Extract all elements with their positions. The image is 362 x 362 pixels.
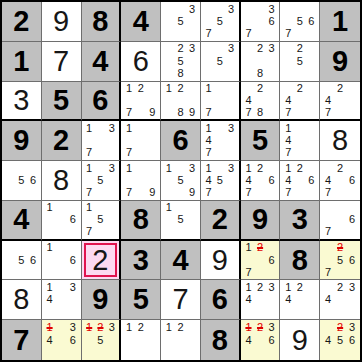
candidate-1: 1 [44, 281, 56, 293]
cell-r4c5[interactable]: 6 [161, 121, 201, 161]
candidate-8: 8 [175, 106, 187, 118]
candidate-2: 2 [254, 43, 266, 55]
pencil-marks: 1234 [241, 280, 280, 319]
candidate-1: 1 [163, 162, 175, 174]
candidate-1: 1 [203, 83, 214, 95]
pencil-marks: 15 [161, 201, 200, 239]
candidate-7: 7 [322, 187, 334, 199]
pencil-marks: 137 [82, 121, 120, 160]
candidate-3: 3 [186, 162, 198, 174]
cell-r7c7[interactable]: 1267 [241, 241, 281, 281]
candidate-6: 6 [306, 174, 318, 186]
cell-r8c5[interactable]: 7 [161, 280, 201, 320]
candidate-9: 9 [147, 187, 159, 199]
cell-r1c7[interactable]: 367 [241, 2, 281, 42]
cell-r2c8[interactable]: 25 [280, 42, 320, 82]
pencil-marks: 17 [201, 82, 239, 120]
candidate-2: 2 [254, 83, 266, 95]
pencil-marks: 1357 [82, 161, 120, 200]
candidate-9: 9 [147, 106, 159, 118]
cell-value: 8 [320, 121, 360, 160]
candidate-6: 6 [67, 254, 79, 266]
candidate-6: 6 [266, 174, 278, 186]
candidate-2: 2 [334, 162, 346, 174]
candidate-4: 4 [203, 174, 214, 186]
candidate-3: 3 [186, 3, 198, 15]
candidate-2: 2 [294, 83, 306, 95]
cell-value: 2 [82, 241, 120, 280]
cell-r8c9[interactable]: 234 [320, 280, 360, 320]
cell-value: 9 [241, 201, 280, 239]
candidate-5: 5 [16, 174, 28, 186]
cell-r8c8[interactable]: 124 [280, 280, 320, 320]
cell-r2c1[interactable]: 1 [2, 42, 42, 82]
pencil-marks: 35 [161, 2, 200, 41]
candidate-4: 4 [322, 334, 334, 347]
cell-value: 3 [121, 241, 160, 280]
candidate-9: 9 [186, 187, 198, 199]
cell-r6c5[interactable]: 15 [161, 201, 201, 241]
candidate-1: 1 [243, 281, 255, 293]
candidate-4: 4 [243, 334, 255, 347]
cell-value: 9 [82, 280, 120, 319]
candidate-3: 3 [225, 162, 236, 174]
pencil-marks: 247 [320, 82, 360, 120]
cell-value: 9 [320, 42, 360, 81]
candidate-2: 2 [175, 321, 187, 334]
candidate-4: 4 [243, 174, 255, 186]
candidate-2: 2 [294, 162, 306, 174]
candidate-1: 1 [123, 83, 135, 95]
pencil-marks: 1347 [201, 121, 239, 160]
cell-value: 8 [82, 2, 120, 41]
candidate-1: 1 [203, 162, 214, 174]
candidate-1: 1 [282, 122, 294, 134]
cell-value: 9 [280, 320, 319, 360]
candidate-1: 1 [123, 321, 135, 334]
pencil-marks: 247 [280, 82, 319, 120]
pencil-marks: 12346 [241, 320, 280, 360]
sudoku-board: 2984353573675671174623583523825935612791… [0, 0, 362, 362]
cell-value: 9 [201, 241, 239, 280]
candidate-4: 4 [322, 94, 334, 106]
pencil-marks: 2478 [241, 82, 280, 120]
cell-r3c3[interactable]: 6 [82, 82, 122, 122]
cell-value: 4 [2, 201, 41, 239]
candidate-7: 7 [123, 147, 135, 159]
cell-r1c1[interactable]: 2 [2, 2, 42, 42]
candidate-2: 2 [334, 321, 346, 334]
cell-value: 5 [121, 280, 160, 319]
cell-r7c2[interactable]: 16 [42, 241, 82, 281]
cell-r7c4[interactable]: 3 [121, 241, 161, 281]
candidate-6: 6 [27, 174, 39, 186]
candidate-4: 4 [322, 174, 334, 186]
cell-r5c8[interactable]: 12467 [280, 161, 320, 201]
cell-r9c3[interactable]: 1235 [82, 320, 122, 360]
candidate-4: 4 [282, 135, 294, 147]
cell-r8c4[interactable]: 5 [121, 280, 161, 320]
candidate-5: 5 [294, 15, 306, 27]
candidate-3: 3 [346, 321, 358, 334]
cell-r5c7[interactable]: 12467 [241, 161, 281, 201]
candidate-6: 6 [27, 254, 39, 266]
cell-r4c7[interactable]: 5 [241, 121, 281, 161]
pencil-marks: 56 [2, 161, 41, 200]
candidate-1: 1 [163, 83, 175, 95]
candidate-4: 4 [44, 334, 56, 347]
candidate-3: 3 [225, 3, 236, 15]
candidate-3: 3 [67, 321, 79, 334]
candidate-7: 7 [84, 147, 95, 159]
cell-r1c3[interactable]: 8 [82, 2, 122, 42]
cell-r4c8[interactable]: 147 [280, 121, 320, 161]
candidate-7: 7 [243, 187, 255, 199]
cell-r4c9[interactable]: 8 [320, 121, 360, 161]
candidate-5: 5 [175, 15, 187, 27]
pencil-marks: 234 [320, 280, 360, 319]
candidate-8: 8 [254, 106, 266, 118]
cell-value: 9 [42, 2, 81, 41]
candidate-5: 5 [95, 174, 106, 186]
pencil-marks: 2567 [320, 241, 360, 280]
cell-value: 8 [42, 161, 81, 200]
candidate-5: 5 [214, 15, 225, 27]
pencil-marks: 1279 [121, 82, 160, 120]
candidate-5: 5 [294, 55, 306, 67]
candidate-1: 1 [282, 162, 294, 174]
candidate-5: 5 [175, 55, 187, 67]
candidate-7: 7 [203, 147, 214, 159]
cell-value: 2 [2, 2, 41, 41]
cell-value: 1 [320, 2, 360, 41]
candidate-1: 1 [163, 202, 175, 214]
pencil-marks: 17 [121, 121, 160, 160]
cell-r7c5[interactable]: 4 [161, 241, 201, 281]
cell-r6c8[interactable]: 3 [280, 201, 320, 241]
candidate-6: 6 [306, 15, 318, 27]
candidate-5: 5 [16, 254, 28, 266]
cell-r8c1[interactable]: 8 [2, 280, 42, 320]
candidate-7: 7 [282, 187, 294, 199]
candidate-4: 4 [282, 294, 294, 306]
cell-r9c2[interactable]: 1346 [42, 320, 82, 360]
candidate-1: 1 [282, 281, 294, 293]
candidate-7: 7 [84, 187, 95, 199]
candidate-6: 6 [346, 334, 358, 347]
candidate-7: 7 [243, 266, 255, 278]
candidate-6: 6 [266, 254, 278, 266]
candidate-1: 1 [243, 242, 255, 254]
cell-value: 3 [2, 82, 41, 120]
candidate-5: 5 [214, 174, 225, 186]
candidate-1: 1 [84, 122, 95, 134]
cell-r9c5[interactable]: 12 [161, 320, 201, 360]
candidate-1: 1 [84, 162, 95, 174]
candidate-2: 2 [95, 321, 106, 334]
cell-r4c1[interactable]: 9 [2, 121, 42, 161]
candidate-2: 2 [175, 43, 187, 55]
candidate-7: 7 [123, 187, 135, 199]
cell-value: 2 [42, 121, 81, 160]
cell-r4c4[interactable]: 17 [121, 121, 161, 161]
candidate-5: 5 [175, 214, 187, 226]
candidate-5: 5 [334, 254, 346, 266]
candidate-5: 5 [214, 55, 225, 67]
cell-r6c9[interactable]: 67 [320, 201, 360, 241]
pencil-marks: 179 [121, 161, 160, 200]
candidate-2: 2 [334, 242, 346, 254]
cell-value: 5 [241, 121, 280, 160]
cell-r1c8[interactable]: 567 [280, 2, 320, 42]
cell-value: 3 [280, 201, 319, 239]
pencil-marks: 16 [42, 201, 81, 239]
candidate-3: 3 [186, 43, 198, 55]
candidate-3: 3 [225, 43, 236, 55]
cell-r1c6[interactable]: 357 [201, 2, 241, 42]
pencil-marks: 16 [42, 241, 81, 280]
cell-r9c1[interactable]: 7 [2, 320, 42, 360]
candidate-3: 3 [67, 281, 79, 293]
cell-r9c6[interactable]: 8 [201, 320, 241, 360]
candidate-4: 4 [282, 174, 294, 186]
cell-value: 8 [2, 280, 41, 319]
candidate-7: 7 [322, 226, 334, 238]
candidate-1: 1 [243, 162, 255, 174]
candidate-9: 9 [186, 106, 198, 118]
cell-r6c6[interactable]: 2 [201, 201, 241, 241]
pencil-marks: 357 [201, 2, 239, 41]
pencil-marks: 124 [280, 280, 319, 319]
cell-value: 8 [201, 320, 239, 360]
cell-value: 8 [121, 201, 160, 239]
cell-value: 6 [121, 42, 160, 81]
cell-r7c6[interactable]: 9 [201, 241, 241, 281]
pencil-marks: 23456 [320, 320, 360, 360]
candidate-4: 4 [243, 294, 255, 306]
cell-r7c8[interactable]: 8 [280, 241, 320, 281]
cell-value: 7 [42, 42, 81, 81]
cell-r2c2[interactable]: 7 [42, 42, 82, 82]
cell-r6c3[interactable]: 157 [82, 201, 122, 241]
pencil-marks: 238 [241, 42, 280, 81]
candidate-6: 6 [346, 254, 358, 266]
candidate-7: 7 [203, 187, 214, 199]
candidate-2: 2 [334, 83, 346, 95]
pencil-marks: 67 [320, 201, 360, 239]
cell-r1c2[interactable]: 9 [42, 2, 82, 42]
cell-r2c4[interactable]: 6 [121, 42, 161, 82]
cell-r3c7[interactable]: 2478 [241, 82, 281, 122]
candidate-6: 6 [67, 214, 79, 226]
cell-r8c6[interactable]: 6 [201, 280, 241, 320]
cell-r5c3[interactable]: 1357 [82, 161, 122, 201]
candidate-1: 1 [243, 321, 255, 334]
candidate-1: 1 [44, 321, 56, 334]
pencil-marks: 35 [201, 42, 239, 81]
cell-r9c8[interactable]: 9 [280, 320, 320, 360]
cell-r6c7[interactable]: 9 [241, 201, 281, 241]
cell-r8c2[interactable]: 134 [42, 280, 82, 320]
pencil-marks: 2467 [320, 161, 360, 200]
candidate-3: 3 [266, 281, 278, 293]
candidate-2: 2 [254, 281, 266, 293]
candidate-7: 7 [243, 28, 255, 40]
cell-value: 5 [42, 82, 81, 120]
pencil-marks: 147 [280, 121, 319, 160]
cell-r3c4[interactable]: 1279 [121, 82, 161, 122]
cell-r6c4[interactable]: 8 [121, 201, 161, 241]
candidate-3: 3 [106, 162, 117, 174]
cell-r3c6[interactable]: 17 [201, 82, 241, 122]
pencil-marks: 1346 [42, 320, 81, 360]
pencil-marks: 12 [121, 320, 160, 360]
pencil-marks: 13457 [201, 161, 239, 200]
cell-r7c9[interactable]: 2567 [320, 241, 360, 281]
cell-r2c3[interactable]: 4 [82, 42, 122, 82]
cell-r3c5[interactable]: 1289 [161, 82, 201, 122]
cell-value: 4 [82, 42, 120, 81]
pencil-marks: 56 [2, 241, 41, 280]
cell-r5c5[interactable]: 1359 [161, 161, 201, 201]
pencil-marks: 1267 [241, 241, 280, 280]
candidate-7: 7 [282, 106, 294, 118]
candidate-2: 2 [135, 83, 147, 95]
cell-value: 6 [161, 121, 200, 160]
candidate-1: 1 [163, 321, 175, 334]
cell-value: 9 [2, 121, 41, 160]
candidate-2: 2 [175, 83, 187, 95]
cell-r4c6[interactable]: 1347 [201, 121, 241, 161]
candidate-5: 5 [95, 214, 106, 226]
cell-r2c5[interactable]: 2358 [161, 42, 201, 82]
cell-r5c2[interactable]: 8 [42, 161, 82, 201]
cell-r8c7[interactable]: 1234 [241, 280, 281, 320]
candidate-7: 7 [282, 147, 294, 159]
cell-r3c1[interactable]: 3 [2, 82, 42, 122]
candidate-5: 5 [334, 334, 346, 347]
cell-value: 6 [82, 82, 120, 120]
candidate-4: 4 [44, 294, 56, 306]
cell-r2c7[interactable]: 238 [241, 42, 281, 82]
candidate-8: 8 [175, 67, 187, 79]
cell-r4c2[interactable]: 2 [42, 121, 82, 161]
candidate-2: 2 [135, 321, 147, 334]
candidate-7: 7 [322, 106, 334, 118]
candidate-4: 4 [282, 94, 294, 106]
candidate-7: 7 [203, 106, 214, 118]
candidate-1: 1 [203, 122, 214, 134]
candidate-6: 6 [346, 174, 358, 186]
candidate-4: 4 [203, 135, 214, 147]
candidate-8: 8 [254, 67, 266, 79]
pencil-marks: 567 [280, 2, 319, 41]
cell-r9c7[interactable]: 12346 [241, 320, 281, 360]
pencil-marks: 2358 [161, 42, 200, 81]
cell-r5c6[interactable]: 13457 [201, 161, 241, 201]
candidate-7: 7 [243, 106, 255, 118]
candidate-3: 3 [266, 3, 278, 15]
cell-r1c4[interactable]: 4 [121, 2, 161, 42]
candidate-6: 6 [266, 334, 278, 347]
candidate-2: 2 [254, 162, 266, 174]
cell-value: 4 [161, 241, 200, 280]
cell-r8c3[interactable]: 9 [82, 280, 122, 320]
cell-r3c2[interactable]: 5 [42, 82, 82, 122]
candidate-3: 3 [106, 122, 117, 134]
candidate-1: 1 [84, 321, 95, 334]
cell-value: 4 [121, 2, 160, 41]
candidate-5: 5 [95, 334, 106, 347]
candidate-1: 1 [123, 162, 135, 174]
pencil-marks: 12467 [280, 161, 319, 200]
cell-r5c1[interactable]: 56 [2, 161, 42, 201]
cell-r1c9[interactable]: 1 [320, 2, 360, 42]
cell-value: 6 [201, 280, 239, 319]
pencil-marks: 367 [241, 2, 280, 41]
cell-r6c1[interactable]: 4 [2, 201, 42, 241]
cell-r7c3[interactable]: 2 [82, 241, 122, 281]
cell-r5c9[interactable]: 2467 [320, 161, 360, 201]
candidate-6: 6 [67, 334, 79, 347]
cell-r1c5[interactable]: 35 [161, 2, 201, 42]
candidate-6: 6 [266, 15, 278, 27]
candidate-7: 7 [84, 226, 95, 238]
candidate-3: 3 [346, 281, 358, 293]
cell-r3c8[interactable]: 247 [280, 82, 320, 122]
candidate-6: 6 [346, 214, 358, 226]
cell-r2c6[interactable]: 35 [201, 42, 241, 82]
cell-value: 2 [201, 201, 239, 239]
pencil-marks: 1289 [161, 82, 200, 120]
cell-value: 7 [2, 320, 41, 360]
cell-value: 8 [280, 241, 319, 280]
cell-r6c2[interactable]: 16 [42, 201, 82, 241]
pencil-marks: 134 [42, 280, 81, 319]
candidate-1: 1 [84, 202, 95, 214]
pencil-marks: 25 [280, 42, 319, 81]
candidate-3: 3 [266, 321, 278, 334]
cell-r9c9[interactable]: 23456 [320, 320, 360, 360]
pencil-marks: 157 [82, 201, 120, 239]
candidate-7: 7 [322, 266, 334, 278]
cell-r5c4[interactable]: 179 [121, 161, 161, 201]
candidate-3: 3 [225, 122, 236, 134]
candidate-3: 3 [266, 43, 278, 55]
candidate-2: 2 [254, 321, 266, 334]
cell-value: 7 [161, 280, 200, 319]
pencil-marks: 1235 [82, 320, 120, 360]
candidate-2: 2 [294, 281, 306, 293]
candidate-3: 3 [106, 321, 117, 334]
pencil-marks: 12 [161, 320, 200, 360]
cell-r3c9[interactable]: 247 [320, 82, 360, 122]
candidate-2: 2 [254, 242, 266, 254]
candidate-2: 2 [334, 281, 346, 293]
pencil-marks: 1359 [161, 161, 200, 200]
cell-r4c3[interactable]: 137 [82, 121, 122, 161]
cell-r7c1[interactable]: 56 [2, 241, 42, 281]
candidate-7: 7 [203, 28, 214, 40]
cell-r9c4[interactable]: 12 [121, 320, 161, 360]
candidate-7: 7 [123, 106, 135, 118]
candidate-4: 4 [322, 294, 334, 306]
candidate-7: 7 [282, 28, 294, 40]
candidate-1: 1 [44, 202, 56, 214]
candidate-1: 1 [123, 122, 135, 134]
cell-r2c9[interactable]: 9 [320, 42, 360, 82]
candidate-1: 1 [44, 242, 56, 254]
